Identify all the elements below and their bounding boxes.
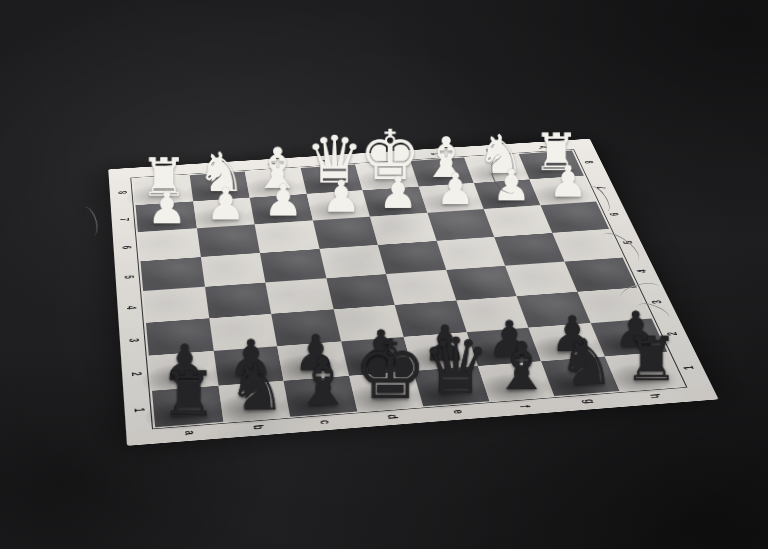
- square-g4: [505, 261, 577, 295]
- square-h1: ♜: [604, 351, 683, 391]
- square-e5: [378, 241, 446, 274]
- black-rook-a1: ♜: [161, 364, 217, 423]
- white-pawn-d7: ♟: [321, 176, 360, 218]
- square-f6: [427, 209, 494, 241]
- square-g1: ♞: [541, 356, 619, 396]
- white-pawn-c7: ♟: [264, 180, 304, 222]
- black-bishop-c1: ♝: [294, 350, 354, 413]
- square-c4: [265, 278, 333, 313]
- black-bishop-f1: ♝: [492, 335, 551, 398]
- square-d4: [326, 274, 395, 309]
- black-knight-b1: ♞: [228, 357, 286, 418]
- square-a4: [143, 287, 209, 323]
- square-e6: [370, 213, 436, 245]
- black-queen-e1: ♛: [421, 330, 490, 403]
- white-pawn-g7: ♟: [492, 165, 531, 206]
- square-e7: ♟: [362, 186, 427, 216]
- black-rook-h1: ♜: [624, 330, 679, 388]
- square-b7: ♟: [193, 197, 255, 228]
- square-a5: [140, 257, 204, 291]
- square-d7: ♟: [306, 190, 370, 221]
- square-h4: [564, 257, 637, 291]
- square-f7: ♟: [418, 183, 483, 213]
- board-grid: ♜♞♝♛♚♝♞♜♟♟♟♟♟♟♟♟♟♟♟♟♟♟♟♟♜♞♝♚♛♝♞♜: [133, 151, 683, 428]
- square-c7: ♟: [250, 194, 313, 225]
- frayed-thread: [77, 205, 101, 238]
- white-pawn-f7: ♟: [436, 169, 475, 211]
- square-b6: [196, 225, 259, 257]
- white-pawn-h7: ♟: [548, 162, 587, 203]
- white-pawn-b7: ♟: [206, 184, 246, 226]
- square-c1: ♝: [284, 376, 357, 417]
- square-a1: ♜: [152, 385, 223, 427]
- square-b5: [200, 253, 265, 287]
- square-d5: [319, 245, 386, 278]
- square-c6: [255, 221, 319, 253]
- black-king-d1: ♚: [353, 331, 426, 409]
- chess-mat: ♜♞♝♛♚♝♞♜♟♟♟♟♟♟♟♟♟♟♟♟♟♟♟♟♜♞♝♚♛♝♞♜ 1234567…: [108, 139, 718, 446]
- square-h6: [540, 202, 609, 233]
- white-pawn-a7: ♟: [147, 188, 187, 230]
- square-f4: [446, 266, 517, 301]
- black-knight-g1: ♞: [558, 333, 615, 393]
- scene: ♜♞♝♛♚♝♞♜♟♟♟♟♟♟♟♟♟♟♟♟♟♟♟♟♜♞♝♚♛♝♞♜ 1234567…: [0, 0, 768, 549]
- square-d1: ♚: [349, 371, 424, 412]
- square-c5: [260, 249, 326, 283]
- square-f5: [436, 237, 505, 270]
- square-b1: ♞: [218, 381, 290, 422]
- square-e4: [386, 270, 456, 305]
- square-h7: ♟: [529, 176, 596, 206]
- square-d6: [312, 217, 377, 249]
- square-a6: [138, 228, 200, 261]
- white-pawn-e7: ♟: [379, 173, 418, 215]
- square-h5: [552, 229, 623, 262]
- square-g7: ♟: [474, 179, 540, 209]
- square-b4: [204, 282, 271, 318]
